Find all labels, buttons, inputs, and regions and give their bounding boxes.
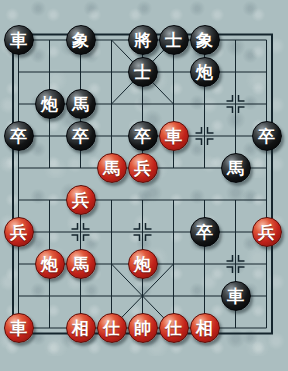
piece-black-horse[interactable]: 馬 (221, 153, 251, 183)
piece-black-soldier[interactable]: 卒 (252, 121, 282, 151)
piece-black-soldier[interactable]: 卒 (190, 217, 220, 247)
piece-red-cannon[interactable]: 炮 (128, 249, 158, 279)
piece-red-general[interactable]: 帥 (128, 313, 158, 343)
piece-red-soldier[interactable]: 兵 (4, 217, 34, 247)
piece-black-elephant[interactable]: 象 (66, 25, 96, 55)
xiangqi-app: 車象將士象士炮炮馬卒卒卒車卒馬兵馬兵兵卒兵炮馬炮車車相仕帥仕相 (0, 0, 288, 371)
piece-red-elephant[interactable]: 相 (66, 313, 96, 343)
piece-black-cannon[interactable]: 炮 (35, 89, 65, 119)
piece-black-chariot[interactable]: 車 (221, 281, 251, 311)
piece-red-advisor[interactable]: 仕 (97, 313, 127, 343)
piece-black-advisor[interactable]: 士 (128, 57, 158, 87)
piece-red-soldier[interactable]: 兵 (128, 153, 158, 183)
piece-black-soldier[interactable]: 卒 (4, 121, 34, 151)
piece-black-horse[interactable]: 馬 (66, 89, 96, 119)
piece-black-elephant[interactable]: 象 (190, 25, 220, 55)
piece-black-soldier[interactable]: 卒 (66, 121, 96, 151)
piece-red-cannon[interactable]: 炮 (35, 249, 65, 279)
piece-black-advisor[interactable]: 士 (159, 25, 189, 55)
piece-red-soldier[interactable]: 兵 (66, 185, 96, 215)
piece-red-advisor[interactable]: 仕 (159, 313, 189, 343)
piece-black-general[interactable]: 將 (128, 25, 158, 55)
piece-red-horse[interactable]: 馬 (97, 153, 127, 183)
piece-red-chariot[interactable]: 車 (4, 313, 34, 343)
piece-black-soldier[interactable]: 卒 (128, 121, 158, 151)
xiangqi-board[interactable]: 車象將士象士炮炮馬卒卒卒車卒馬兵馬兵兵卒兵炮馬炮車車相仕帥仕相 (3, 24, 282, 344)
piece-red-chariot[interactable]: 車 (159, 121, 189, 151)
piece-red-horse[interactable]: 馬 (66, 249, 96, 279)
piece-black-chariot[interactable]: 車 (4, 25, 34, 55)
piece-red-soldier[interactable]: 兵 (252, 217, 282, 247)
piece-black-cannon[interactable]: 炮 (190, 57, 220, 87)
piece-red-elephant[interactable]: 相 (190, 313, 220, 343)
